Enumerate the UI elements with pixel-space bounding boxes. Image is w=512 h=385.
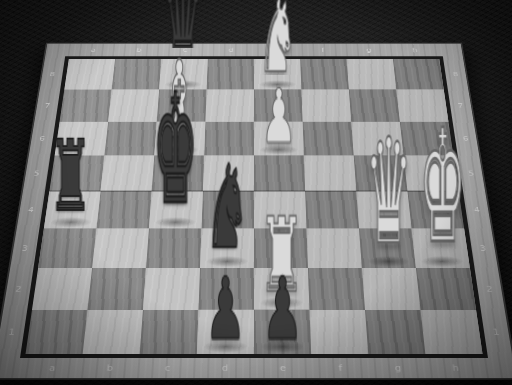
- coordinate-label-h: h: [426, 358, 486, 378]
- square-g3[interactable]: ♛: [359, 229, 416, 269]
- square-b7[interactable]: [108, 90, 159, 122]
- coordinate-label-h: h: [391, 44, 439, 57]
- square-c2[interactable]: [143, 268, 200, 310]
- square-f1[interactable]: [310, 310, 369, 354]
- coordinate-label-a: a: [69, 44, 117, 57]
- black-pawn-e1[interactable]: ♟: [262, 266, 303, 352]
- white-king-h3[interactable]: ♚: [419, 110, 466, 266]
- coordinate-label-g: g: [345, 44, 392, 57]
- square-c4[interactable]: ♚: [149, 191, 203, 228]
- square-a3[interactable]: [38, 229, 96, 269]
- square-f6[interactable]: [303, 122, 354, 156]
- coordinate-label-d: d: [208, 44, 254, 57]
- white-pawn-e6[interactable]: ♟: [261, 79, 296, 154]
- square-h2[interactable]: [416, 268, 476, 310]
- coordinate-label-d: d: [196, 358, 254, 378]
- square-e1[interactable]: ♟: [254, 310, 311, 354]
- square-f3[interactable]: [307, 229, 362, 269]
- square-f5[interactable]: [304, 156, 356, 192]
- square-h1[interactable]: [421, 310, 483, 354]
- square-b5[interactable]: [101, 156, 155, 192]
- square-b3[interactable]: [92, 229, 149, 269]
- black-knight-d3[interactable]: ♞: [205, 151, 250, 266]
- chess-board: abcdefgh abcdefgh 87654321 87654321 ♛♞♝♟…: [0, 44, 512, 378]
- coordinate-label-a: a: [22, 358, 82, 378]
- black-rook-a4[interactable]: ♜: [49, 129, 93, 227]
- square-g1[interactable]: [365, 310, 425, 354]
- square-g2[interactable]: [362, 268, 421, 310]
- square-f7[interactable]: [301, 90, 351, 122]
- coordinate-label-b: b: [115, 44, 162, 57]
- coordinate-label-e: e: [254, 358, 312, 378]
- square-c3[interactable]: [146, 229, 201, 269]
- square-d1[interactable]: ♟: [197, 310, 254, 354]
- square-f2[interactable]: [308, 268, 365, 310]
- square-h8[interactable]: [393, 59, 444, 90]
- coordinate-label-c: c: [138, 358, 197, 378]
- square-a8[interactable]: [64, 59, 115, 90]
- square-b6[interactable]: [104, 122, 156, 156]
- square-g8[interactable]: [347, 59, 397, 90]
- square-b4[interactable]: [96, 191, 151, 228]
- square-a4[interactable]: ♜: [44, 191, 101, 228]
- square-a1[interactable]: [26, 310, 88, 354]
- square-d8[interactable]: [207, 59, 254, 90]
- coordinate-label-f: f: [300, 44, 347, 57]
- black-pawn-d1[interactable]: ♟: [205, 266, 246, 352]
- square-c1[interactable]: [140, 310, 199, 354]
- square-a7[interactable]: [60, 90, 112, 122]
- board-grid: ♛♞♝♟♜♚♞♛♚♜♟♟: [20, 56, 488, 358]
- black-king-c4[interactable]: ♚: [153, 75, 198, 227]
- file-labels-top: abcdefgh: [69, 44, 439, 57]
- coordinate-label-b: b: [80, 358, 139, 378]
- square-a2[interactable]: [32, 268, 92, 310]
- board-scene: abcdefgh abcdefgh 87654321 87654321 ♛♞♝♟…: [0, 44, 512, 378]
- photo-frame: abcdefgh abcdefgh 87654321 87654321 ♛♞♝♟…: [0, 0, 512, 385]
- square-d7[interactable]: [205, 90, 254, 122]
- square-e6[interactable]: ♟: [254, 122, 304, 156]
- file-labels-bottom: abcdefgh: [22, 358, 486, 378]
- coordinate-label-g: g: [369, 358, 428, 378]
- square-f4[interactable]: [305, 191, 359, 228]
- square-b2[interactable]: [87, 268, 146, 310]
- square-b1[interactable]: [83, 310, 143, 354]
- white-queen-g3[interactable]: ♛: [365, 120, 412, 266]
- square-h3[interactable]: ♚: [412, 229, 470, 269]
- square-e5[interactable]: [254, 156, 305, 192]
- square-f8[interactable]: [300, 59, 349, 90]
- coordinate-label-f: f: [311, 358, 370, 378]
